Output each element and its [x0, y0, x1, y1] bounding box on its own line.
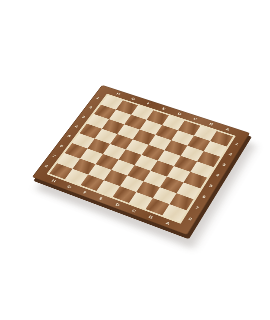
photo-background: HGFEDCBA HGFEDCBA 12345678 12345678 [0, 0, 270, 320]
chess-board: HGFEDCBA HGFEDCBA 12345678 12345678 [32, 85, 250, 235]
